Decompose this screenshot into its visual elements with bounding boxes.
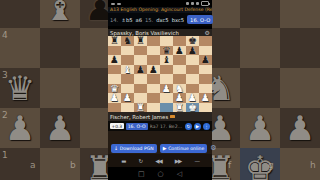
engine-more-button[interactable]: ⋮ xyxy=(203,123,210,130)
home-icon[interactable]: ○ xyxy=(158,170,164,178)
move-white[interactable]: ♗b5 xyxy=(121,17,132,23)
square-f5[interactable] xyxy=(173,65,186,75)
square-h5[interactable] xyxy=(199,65,212,75)
square-f6[interactable] xyxy=(173,55,186,65)
piece-bP-g7[interactable]: ♟ xyxy=(186,46,199,56)
square-h4[interactable] xyxy=(199,74,212,84)
square-d3[interactable] xyxy=(147,84,160,94)
move-black[interactable]: bxc5 xyxy=(172,17,184,23)
square-a2[interactable]: ♟ xyxy=(108,93,121,103)
action-button-row: ↓ Download PGN ▶ Continue online ⚙ xyxy=(108,142,212,154)
engine-continuation: Ra7 17. Be2 Nd7 18. Nd4 xyxy=(150,124,183,129)
square-e3[interactable]: ♟ xyxy=(160,84,173,94)
bg-square-g3 xyxy=(240,68,280,108)
bg-square-h5 xyxy=(280,0,320,28)
back-icon[interactable]: ◁ xyxy=(177,170,182,178)
bg-file-label: g xyxy=(268,160,274,170)
bg-rank-label: 1 xyxy=(2,150,8,160)
status-dash-icon xyxy=(111,3,115,5)
piece-wP-b2[interactable]: ♟ xyxy=(121,93,134,103)
bg-file-label: a xyxy=(30,160,36,170)
square-g1[interactable]: ♚ xyxy=(186,103,199,113)
minus-icon[interactable]: — xyxy=(194,158,199,164)
piece-wR-f1[interactable]: ♜ xyxy=(173,103,186,113)
square-b4[interactable] xyxy=(121,74,134,84)
move-number: 15. xyxy=(145,17,153,23)
square-d7[interactable] xyxy=(147,46,160,56)
download-pgn-label: Download PGN xyxy=(120,146,154,151)
engine-row: +0.3 16. O-O Ra7 17. Be2 Nd7 18. Nd4 ↻ ▶… xyxy=(108,121,212,131)
play-icon: ▶ xyxy=(163,145,167,151)
square-e6[interactable]: ♝ xyxy=(160,55,173,65)
bg-rank-label: 2 xyxy=(2,110,8,120)
square-a1[interactable] xyxy=(108,103,121,113)
player-name-white: Fischer, Robert James xyxy=(110,114,168,120)
download-pgn-button[interactable]: ↓ Download PGN xyxy=(111,144,157,153)
status-dash-icon xyxy=(117,3,121,5)
spacer xyxy=(108,131,212,142)
square-c8[interactable]: ♜ xyxy=(134,36,147,46)
piece-bR-c8[interactable]: ♜ xyxy=(134,36,147,46)
square-a8[interactable]: ♜ xyxy=(108,36,121,46)
square-g6[interactable] xyxy=(186,55,199,65)
recents-icon[interactable]: □ xyxy=(138,170,145,178)
bg-square-g2: ♟ xyxy=(240,108,280,148)
square-c5[interactable]: ♟ xyxy=(134,65,147,75)
square-c4[interactable] xyxy=(134,74,147,84)
status-left-indicator xyxy=(111,3,121,5)
piece-bB-e6[interactable]: ♝ xyxy=(160,55,173,65)
bg-square-b2: ♟ xyxy=(40,108,80,148)
square-c7[interactable] xyxy=(134,46,147,56)
bg-piece-wP-h2: ♟ xyxy=(280,108,320,148)
android-nav-bar: □ ○ ◁ xyxy=(108,167,212,180)
engine-buttons: ↻ ▶ ⋮ xyxy=(185,123,210,130)
square-f1[interactable]: ♜ xyxy=(173,103,186,113)
piece-bN-b8[interactable]: ♞ xyxy=(121,36,134,46)
bg-file-label: b xyxy=(70,160,76,170)
previous-move-icon[interactable]: ◀◀ xyxy=(155,158,161,164)
piece-bP-c5[interactable]: ♟ xyxy=(134,65,147,75)
stop-icon[interactable]: ▬ xyxy=(121,158,125,164)
bg-square-g4 xyxy=(240,28,280,68)
status-icons xyxy=(186,1,209,6)
square-d1[interactable] xyxy=(147,103,160,113)
bg-piece-wP-b2: ♟ xyxy=(40,108,80,148)
bg-piece-wB-b5: ♝ xyxy=(40,0,80,28)
square-b7[interactable] xyxy=(121,46,134,56)
move-strip: 14. ♗b5 a6 15. dxc5 bxc5 16. O-O xyxy=(108,13,212,26)
battery-icon xyxy=(201,1,209,6)
settings-gear-icon[interactable]: ⚙ xyxy=(210,145,216,152)
notification-icon xyxy=(186,2,189,5)
piece-wP-h2[interactable]: ♟ xyxy=(199,93,212,103)
next-move-icon[interactable]: ▶▶ xyxy=(175,158,181,164)
background-board-fragment-left: ♝♟♛♟♟♜4321ab xyxy=(0,0,120,180)
current-move-chip[interactable]: 16. O-O xyxy=(187,15,213,24)
move-number: 14. xyxy=(110,17,118,23)
piece-wK-g1[interactable]: ♚ xyxy=(186,103,199,113)
piece-bP-d5[interactable]: ♟ xyxy=(147,65,160,75)
opening-name: A13 English Opening: Agincourt Defense (… xyxy=(108,7,212,13)
square-d4[interactable] xyxy=(147,74,160,84)
bg-rank-label: 3 xyxy=(2,70,8,80)
bg-square-g1: ♚ xyxy=(240,148,280,180)
square-e5[interactable] xyxy=(160,65,173,75)
playback-controls: ▬ ↻ ◀◀ ▶▶ — xyxy=(108,154,212,167)
bg-square-b3 xyxy=(40,68,80,108)
piece-bP-f7[interactable]: ♟ xyxy=(173,46,186,56)
piece-wP-a2[interactable]: ♟ xyxy=(108,93,121,103)
square-f7[interactable]: ♟ xyxy=(173,46,186,56)
square-b1[interactable] xyxy=(121,103,134,113)
bg-piece-wP-g2: ♟ xyxy=(240,108,280,148)
signal-icon xyxy=(191,2,194,5)
continue-online-label: Continue online xyxy=(168,146,204,151)
square-g5[interactable] xyxy=(186,65,199,75)
bg-rank-label: 4 xyxy=(2,30,8,40)
piece-bP-h6[interactable]: ♟ xyxy=(199,55,212,65)
continue-online-button[interactable]: ▶ Continue online xyxy=(160,144,208,153)
piece-bP-a6[interactable]: ♟ xyxy=(108,55,121,65)
piece-wB-b5[interactable]: ♝ xyxy=(121,65,134,75)
square-a6[interactable]: ♟ xyxy=(108,55,121,65)
bg-square-h2: ♟ xyxy=(280,108,320,148)
board[interactable]: ♜♞♜♚♛♟♟♟♝♟♝♟♟♛♟♞♟♟♟♟♟♜♜♚ xyxy=(108,36,212,112)
bg-square-g5 xyxy=(240,0,280,28)
status-bar xyxy=(108,0,212,7)
square-h8[interactable] xyxy=(199,36,212,46)
bg-file-label: f xyxy=(228,160,231,170)
square-b8[interactable]: ♞ xyxy=(121,36,134,46)
move-black[interactable]: a6 xyxy=(136,17,142,23)
bg-square-b5: ♝ xyxy=(40,0,80,28)
move-white[interactable]: dxc5 xyxy=(156,17,168,23)
piece-wR-c1[interactable]: ♜ xyxy=(134,103,147,113)
square-g7[interactable]: ♟ xyxy=(186,46,199,56)
engine-refresh-button[interactable]: ↻ xyxy=(185,123,192,130)
square-a5[interactable] xyxy=(108,65,121,75)
flag-icon xyxy=(170,115,175,119)
phone-screen: A13 English Opening: Agincourt Defense (… xyxy=(108,0,212,180)
eval-box: +0.3 xyxy=(110,123,124,129)
bg-square-h4 xyxy=(280,28,320,68)
piece-wP-e3[interactable]: ♟ xyxy=(160,84,173,94)
engine-current-move[interactable]: 16. O-O xyxy=(126,123,148,130)
bg-square-b4 xyxy=(40,28,80,68)
bg-square-h3 xyxy=(280,68,320,108)
bg-file-label: h xyxy=(310,160,316,170)
background-board-fragment-right: ♞♟♟♟♜♚fgh xyxy=(200,0,320,180)
square-g4[interactable] xyxy=(186,74,199,84)
square-e2[interactable] xyxy=(160,93,173,103)
square-d8[interactable] xyxy=(147,36,160,46)
square-h1[interactable] xyxy=(199,103,212,113)
square-h2[interactable]: ♟ xyxy=(199,93,212,103)
bg-piece-wK-g1: ♚ xyxy=(240,148,280,180)
square-d5[interactable]: ♟ xyxy=(147,65,160,75)
square-b2[interactable]: ♟ xyxy=(121,93,134,103)
square-e1[interactable] xyxy=(160,103,173,113)
piece-bR-a8[interactable]: ♜ xyxy=(108,36,121,46)
engine-play-button[interactable]: ▶ xyxy=(194,123,201,130)
square-h6[interactable]: ♟ xyxy=(199,55,212,65)
square-d2[interactable] xyxy=(147,93,160,103)
gear-icon[interactable]: ⚙ xyxy=(205,30,210,36)
wifi-icon xyxy=(196,2,199,5)
square-b5[interactable]: ♝ xyxy=(121,65,134,75)
loop-icon[interactable]: ↻ xyxy=(138,158,142,164)
player-bar-bottom: Fischer, Robert James xyxy=(108,112,212,121)
bg-square-a5 xyxy=(0,0,40,28)
download-icon: ↓ xyxy=(114,145,118,151)
square-c1[interactable]: ♜ xyxy=(134,103,147,113)
square-c3[interactable] xyxy=(134,84,147,94)
